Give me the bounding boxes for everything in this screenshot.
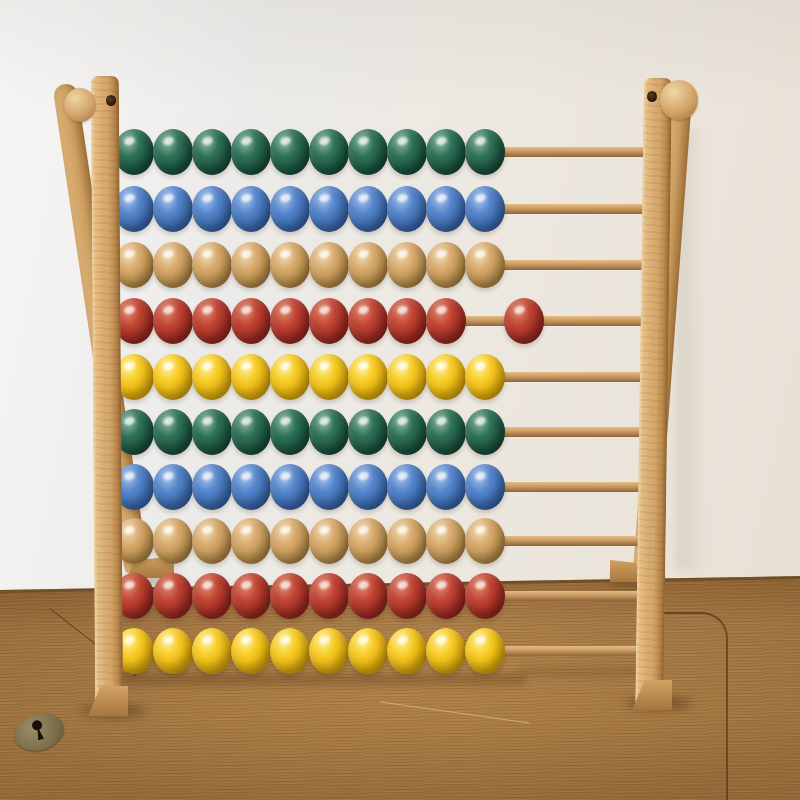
- bead[interactable]: [426, 129, 466, 175]
- bead[interactable]: [192, 242, 232, 288]
- bead[interactable]: [348, 573, 388, 619]
- bead-row-10: [114, 628, 504, 674]
- bead[interactable]: [192, 409, 232, 455]
- bead[interactable]: [153, 464, 193, 510]
- bead-row-6: [114, 409, 504, 455]
- bead[interactable]: [192, 354, 232, 400]
- bead[interactable]: [387, 186, 427, 232]
- bead[interactable]: [231, 409, 271, 455]
- bead[interactable]: [465, 242, 505, 288]
- bead[interactable]: [231, 628, 271, 674]
- bead[interactable]: [309, 242, 349, 288]
- bead[interactable]: [387, 464, 427, 510]
- left-post: [91, 76, 123, 716]
- bead[interactable]: [231, 354, 271, 400]
- bead[interactable]: [153, 129, 193, 175]
- bead[interactable]: [465, 186, 505, 232]
- bead[interactable]: [153, 573, 193, 619]
- bead[interactable]: [270, 409, 310, 455]
- bead[interactable]: [426, 298, 466, 344]
- bead[interactable]: [387, 298, 427, 344]
- bead[interactable]: [192, 464, 232, 510]
- bead[interactable]: [348, 464, 388, 510]
- bead[interactable]: [309, 518, 349, 564]
- bead-row-7: [114, 464, 504, 510]
- bead[interactable]: [270, 464, 310, 510]
- bead-row-3: [114, 242, 504, 288]
- bead[interactable]: [465, 464, 505, 510]
- bead[interactable]: [387, 518, 427, 564]
- bead[interactable]: [192, 628, 232, 674]
- bead[interactable]: [387, 628, 427, 674]
- bead[interactable]: [153, 409, 193, 455]
- bead-row-2: [114, 186, 504, 232]
- scene: [0, 0, 800, 800]
- bead[interactable]: [348, 354, 388, 400]
- bead[interactable]: [309, 186, 349, 232]
- bead-row-4: [114, 298, 543, 344]
- bead[interactable]: [231, 573, 271, 619]
- bead-row-8: [114, 518, 504, 564]
- bead[interactable]: [387, 242, 427, 288]
- bead[interactable]: [270, 354, 310, 400]
- bead[interactable]: [387, 409, 427, 455]
- bead[interactable]: [465, 573, 505, 619]
- keyhole-icon: [31, 719, 43, 731]
- bead-gap: [465, 321, 504, 322]
- bead[interactable]: [153, 298, 193, 344]
- bead[interactable]: [270, 298, 310, 344]
- bead[interactable]: [426, 242, 466, 288]
- left-pivot-hole: [106, 95, 116, 106]
- bead[interactable]: [153, 518, 193, 564]
- right-pivot-hole: [647, 91, 657, 102]
- bead[interactable]: [465, 354, 505, 400]
- bead[interactable]: [426, 573, 466, 619]
- bead[interactable]: [192, 186, 232, 232]
- bead[interactable]: [309, 573, 349, 619]
- bead[interactable]: [348, 242, 388, 288]
- bead[interactable]: [426, 354, 466, 400]
- bead[interactable]: [192, 298, 232, 344]
- bead[interactable]: [270, 242, 310, 288]
- bead[interactable]: [153, 242, 193, 288]
- bead[interactable]: [465, 628, 505, 674]
- bead[interactable]: [465, 409, 505, 455]
- left-pivot-knob: [64, 88, 96, 122]
- bead[interactable]: [348, 298, 388, 344]
- bead[interactable]: [465, 518, 505, 564]
- bottom-row-shadow: [118, 674, 526, 685]
- bead-row-5: [114, 354, 504, 400]
- bead[interactable]: [309, 298, 349, 344]
- bead[interactable]: [270, 573, 310, 619]
- right-pivot-knob: [660, 80, 698, 120]
- bead[interactable]: [309, 129, 349, 175]
- bead[interactable]: [192, 518, 232, 564]
- bead[interactable]: [348, 628, 388, 674]
- bead[interactable]: [348, 129, 388, 175]
- bead[interactable]: [192, 129, 232, 175]
- bead[interactable]: [426, 186, 466, 232]
- bead[interactable]: [153, 354, 193, 400]
- bead[interactable]: [153, 628, 193, 674]
- bead[interactable]: [309, 464, 349, 510]
- bead[interactable]: [309, 628, 349, 674]
- bead[interactable]: [387, 573, 427, 619]
- bead[interactable]: [270, 186, 310, 232]
- bead[interactable]: [270, 129, 310, 175]
- bead[interactable]: [426, 409, 466, 455]
- bead[interactable]: [465, 129, 505, 175]
- bead[interactable]: [387, 354, 427, 400]
- bead[interactable]: [231, 242, 271, 288]
- bead[interactable]: [192, 573, 232, 619]
- bead[interactable]: [231, 518, 271, 564]
- bead[interactable]: [270, 518, 310, 564]
- bead[interactable]: [114, 186, 154, 232]
- bead[interactable]: [426, 628, 466, 674]
- bead[interactable]: [504, 298, 544, 344]
- bead[interactable]: [426, 464, 466, 510]
- bead[interactable]: [309, 354, 349, 400]
- bead[interactable]: [231, 464, 271, 510]
- bead[interactable]: [153, 186, 193, 232]
- bead[interactable]: [387, 129, 427, 175]
- bead[interactable]: [231, 129, 271, 175]
- bead[interactable]: [231, 186, 271, 232]
- bead[interactable]: [309, 409, 349, 455]
- bead[interactable]: [348, 518, 388, 564]
- bead[interactable]: [114, 129, 154, 175]
- bead[interactable]: [348, 186, 388, 232]
- bead-row-9: [114, 573, 504, 619]
- bead-row-1: [114, 129, 504, 175]
- bead[interactable]: [270, 628, 310, 674]
- bead[interactable]: [426, 518, 466, 564]
- bead[interactable]: [231, 298, 271, 344]
- bead[interactable]: [348, 409, 388, 455]
